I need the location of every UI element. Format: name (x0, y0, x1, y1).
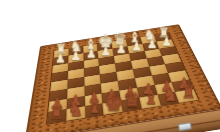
square (159, 46, 177, 56)
square (68, 69, 84, 80)
chess-board: ♜♞♝♚♛♝♞♜♟♟♟♟♟♟♟♟♟♟♟♟♟♟♟♟♜♞♝♚♛♝♞♜ (47, 33, 198, 124)
white-knight-piece: ♞ (68, 40, 83, 54)
square: ♟ (119, 88, 139, 101)
square: ♟ (84, 93, 102, 106)
white-rook-piece: ♜ (54, 43, 69, 56)
square: ♝ (85, 104, 104, 118)
hinge-right-icon (177, 122, 191, 131)
square: ♞ (66, 106, 85, 120)
square: ♟ (66, 96, 84, 109)
board-tilt-wrapper: ♜♞♝♚♛♝♞♜♟♟♟♟♟♟♟♟♟♟♟♟♟♟♟♟♜♞♝♚♛♝♞♜ (25, 24, 220, 132)
square: ♛ (121, 98, 142, 112)
white-bishop-piece: ♝ (83, 38, 98, 52)
square (50, 80, 67, 92)
chess-set-photo: ♜♞♝♚♛♝♞♜♟♟♟♟♟♟♟♟♟♟♟♟♟♟♟♟♜♞♝♚♛♝♞♜ (0, 0, 220, 132)
square: ♚ (103, 101, 123, 115)
black-rook-piece: ♜ (179, 84, 198, 101)
white-rook-piece: ♜ (157, 27, 172, 40)
square: ♜ (47, 109, 66, 124)
square: ♟ (48, 99, 67, 113)
square: ♝ (139, 95, 160, 109)
square (116, 69, 134, 80)
square: ♜ (175, 89, 198, 103)
